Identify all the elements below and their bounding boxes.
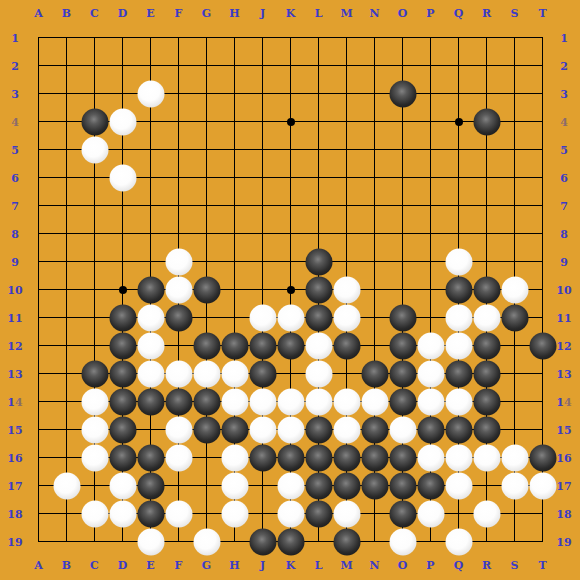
white-stone-K14[interactable] <box>277 388 304 415</box>
white-stone-E19[interactable] <box>137 528 164 555</box>
coord-label-left-3: 3 <box>11 87 19 100</box>
coord-label-top-E: E <box>146 7 154 20</box>
black-stone-J19[interactable] <box>249 528 276 555</box>
white-stone-F18[interactable] <box>165 500 192 527</box>
star-point <box>287 286 295 294</box>
white-stone-K18[interactable] <box>277 500 304 527</box>
coord-label-right-3: 3 <box>560 87 568 100</box>
coord-label-left-16: 16 <box>7 451 22 464</box>
white-stone-D4[interactable] <box>109 108 136 135</box>
black-stone-G14[interactable] <box>193 388 220 415</box>
white-stone-P18[interactable] <box>417 500 444 527</box>
coord-label-left-19: 19 <box>7 535 22 548</box>
black-stone-D13[interactable] <box>109 360 136 387</box>
white-stone-R18[interactable] <box>473 500 500 527</box>
star-point <box>455 118 463 126</box>
black-stone-O11[interactable] <box>389 304 416 331</box>
white-stone-E3[interactable] <box>137 80 164 107</box>
black-stone-O16[interactable] <box>389 444 416 471</box>
white-stone-J11[interactable] <box>249 304 276 331</box>
coord-label-top-F: F <box>175 7 183 20</box>
coord-label-top-M: M <box>340 7 352 20</box>
white-stone-L13[interactable] <box>305 360 332 387</box>
coord-label-top-K: K <box>286 7 296 20</box>
coord-label-bottom-R: R <box>482 559 491 572</box>
white-stone-S17[interactable] <box>501 472 528 499</box>
white-stone-P13[interactable] <box>417 360 444 387</box>
coord-label-top-B: B <box>62 7 71 20</box>
white-stone-G19[interactable] <box>193 528 220 555</box>
coord-label-top-N: N <box>369 7 379 20</box>
white-stone-H17[interactable] <box>221 472 248 499</box>
white-stone-M18[interactable] <box>333 500 360 527</box>
black-stone-N17[interactable] <box>361 472 388 499</box>
coord-label-top-Q: Q <box>454 7 464 20</box>
black-stone-L9[interactable] <box>305 248 332 275</box>
white-stone-Q16[interactable] <box>445 444 472 471</box>
black-stone-R10[interactable] <box>473 276 500 303</box>
coord-label-left-2: 2 <box>11 59 19 72</box>
black-stone-J12[interactable] <box>249 332 276 359</box>
coord-label-right-8: 8 <box>560 227 568 240</box>
coord-label-bottom-G: G <box>202 559 211 572</box>
coord-label-bottom-A: A <box>34 559 43 572</box>
coord-label-bottom-C: C <box>90 559 99 572</box>
white-stone-M14[interactable] <box>333 388 360 415</box>
white-stone-C16[interactable] <box>81 444 108 471</box>
white-stone-P14[interactable] <box>417 388 444 415</box>
black-stone-M16[interactable] <box>333 444 360 471</box>
black-stone-D16[interactable] <box>109 444 136 471</box>
black-stone-K16[interactable] <box>277 444 304 471</box>
coord-label-bottom-D: D <box>118 559 128 572</box>
star-point <box>119 286 127 294</box>
white-stone-K15[interactable] <box>277 416 304 443</box>
coord-label-bottom-M: M <box>340 559 352 572</box>
white-stone-J15[interactable] <box>249 416 276 443</box>
coord-label-right-19: 19 <box>556 535 571 548</box>
coord-label-top-S: S <box>511 7 519 20</box>
black-stone-R4[interactable] <box>473 108 500 135</box>
white-stone-B17[interactable] <box>53 472 80 499</box>
coord-label-bottom-E: E <box>146 559 154 572</box>
white-stone-R11[interactable] <box>473 304 500 331</box>
coord-label-top-A: A <box>34 7 43 20</box>
black-stone-F14[interactable] <box>165 388 192 415</box>
black-stone-L10[interactable] <box>305 276 332 303</box>
white-stone-D6[interactable] <box>109 164 136 191</box>
black-stone-O17[interactable] <box>389 472 416 499</box>
coord-label-left-4: 4 <box>11 115 19 128</box>
white-stone-Q19[interactable] <box>445 528 472 555</box>
black-stone-E18[interactable] <box>137 500 164 527</box>
black-stone-O12[interactable] <box>389 332 416 359</box>
coord-label-bottom-Q: Q <box>454 559 464 572</box>
white-stone-F16[interactable] <box>165 444 192 471</box>
white-stone-K17[interactable] <box>277 472 304 499</box>
black-stone-O3[interactable] <box>389 80 416 107</box>
black-stone-N16[interactable] <box>361 444 388 471</box>
black-stone-F11[interactable] <box>165 304 192 331</box>
black-stone-H15[interactable] <box>221 416 248 443</box>
black-stone-R12[interactable] <box>473 332 500 359</box>
black-stone-N15[interactable] <box>361 416 388 443</box>
black-stone-M12[interactable] <box>333 332 360 359</box>
coord-label-bottom-K: K <box>286 559 296 572</box>
coord-label-bottom-O: O <box>398 559 408 572</box>
white-stone-D17[interactable] <box>109 472 136 499</box>
black-stone-R15[interactable] <box>473 416 500 443</box>
coord-label-right-17: 17 <box>556 479 571 492</box>
white-stone-L12[interactable] <box>305 332 332 359</box>
white-stone-H14[interactable] <box>221 388 248 415</box>
coord-label-bottom-T: T <box>538 559 546 572</box>
black-stone-J16[interactable] <box>249 444 276 471</box>
white-stone-E12[interactable] <box>137 332 164 359</box>
coord-label-bottom-S: S <box>511 559 519 572</box>
white-stone-M11[interactable] <box>333 304 360 331</box>
coord-label-bottom-L: L <box>315 559 323 572</box>
black-stone-M19[interactable] <box>333 528 360 555</box>
white-stone-G13[interactable] <box>193 360 220 387</box>
white-stone-E13[interactable] <box>137 360 164 387</box>
black-stone-T12[interactable] <box>529 332 556 359</box>
white-stone-K11[interactable] <box>277 304 304 331</box>
coord-label-left-13: 13 <box>7 367 22 380</box>
coord-label-left-15: 15 <box>7 423 22 436</box>
white-stone-Q9[interactable] <box>445 248 472 275</box>
black-stone-D15[interactable] <box>109 416 136 443</box>
black-stone-D11[interactable] <box>109 304 136 331</box>
white-stone-H13[interactable] <box>221 360 248 387</box>
black-stone-O14[interactable] <box>389 388 416 415</box>
white-stone-S10[interactable] <box>501 276 528 303</box>
coord-label-right-15: 15 <box>556 423 571 436</box>
coord-label-left-6: 6 <box>11 171 19 184</box>
white-stone-E11[interactable] <box>137 304 164 331</box>
white-stone-F13[interactable] <box>165 360 192 387</box>
black-stone-E14[interactable] <box>137 388 164 415</box>
coord-label-left-17: 17 <box>7 479 22 492</box>
white-stone-F15[interactable] <box>165 416 192 443</box>
coord-label-right-9: 9 <box>560 255 568 268</box>
black-stone-L16[interactable] <box>305 444 332 471</box>
white-stone-J14[interactable] <box>249 388 276 415</box>
black-stone-L18[interactable] <box>305 500 332 527</box>
black-stone-E17[interactable] <box>137 472 164 499</box>
star-point <box>287 118 295 126</box>
black-stone-L17[interactable] <box>305 472 332 499</box>
black-stone-M17[interactable] <box>333 472 360 499</box>
coord-label-left-8: 8 <box>11 227 19 240</box>
coord-label-right-1: 1 <box>560 31 568 44</box>
coord-label-top-O: O <box>398 7 408 20</box>
black-stone-Q10[interactable] <box>445 276 472 303</box>
black-stone-G15[interactable] <box>193 416 220 443</box>
white-stone-Q17[interactable] <box>445 472 472 499</box>
coord-label-left-14: 14 <box>7 395 22 408</box>
coord-label-bottom-H: H <box>229 559 239 572</box>
white-stone-F9[interactable] <box>165 248 192 275</box>
coord-label-right-7: 7 <box>560 199 568 212</box>
coord-label-top-R: R <box>482 7 491 20</box>
white-stone-Q11[interactable] <box>445 304 472 331</box>
black-stone-E16[interactable] <box>137 444 164 471</box>
coord-label-left-7: 7 <box>11 199 19 212</box>
coord-label-right-11: 11 <box>556 311 571 324</box>
go-board-screen: AABBCCDDEEFFGGHHJJKKLLMMNNOOPPQQRRSSTT11… <box>0 0 580 580</box>
black-stone-Q13[interactable] <box>445 360 472 387</box>
coord-label-left-1: 1 <box>11 31 19 44</box>
coord-label-right-13: 13 <box>556 367 571 380</box>
black-stone-J13[interactable] <box>249 360 276 387</box>
black-stone-C4[interactable] <box>81 108 108 135</box>
white-stone-S16[interactable] <box>501 444 528 471</box>
white-stone-C18[interactable] <box>81 500 108 527</box>
black-stone-R14[interactable] <box>473 388 500 415</box>
black-stone-D14[interactable] <box>109 388 136 415</box>
black-stone-N13[interactable] <box>361 360 388 387</box>
coord-label-right-18: 18 <box>556 507 571 520</box>
black-stone-O18[interactable] <box>389 500 416 527</box>
black-stone-L11[interactable] <box>305 304 332 331</box>
coord-label-right-12: 12 <box>556 339 571 352</box>
black-stone-G10[interactable] <box>193 276 220 303</box>
coord-label-bottom-P: P <box>426 559 434 572</box>
black-stone-O13[interactable] <box>389 360 416 387</box>
white-stone-L14[interactable] <box>305 388 332 415</box>
coord-label-bottom-F: F <box>175 559 183 572</box>
coord-label-right-6: 6 <box>560 171 568 184</box>
coord-label-left-12: 12 <box>7 339 22 352</box>
coord-label-left-18: 18 <box>7 507 22 520</box>
white-stone-Q14[interactable] <box>445 388 472 415</box>
black-stone-K12[interactable] <box>277 332 304 359</box>
black-stone-C13[interactable] <box>81 360 108 387</box>
white-stone-H18[interactable] <box>221 500 248 527</box>
coord-label-top-G: G <box>202 7 211 20</box>
black-stone-D12[interactable] <box>109 332 136 359</box>
white-stone-C14[interactable] <box>81 388 108 415</box>
white-stone-F10[interactable] <box>165 276 192 303</box>
white-stone-C15[interactable] <box>81 416 108 443</box>
coord-label-bottom-N: N <box>369 559 379 572</box>
coord-label-left-9: 9 <box>11 255 19 268</box>
white-stone-D18[interactable] <box>109 500 136 527</box>
white-stone-M15[interactable] <box>333 416 360 443</box>
black-stone-K19[interactable] <box>277 528 304 555</box>
coord-label-right-14: 14 <box>556 395 571 408</box>
white-stone-M10[interactable] <box>333 276 360 303</box>
black-stone-H12[interactable] <box>221 332 248 359</box>
black-stone-S11[interactable] <box>501 304 528 331</box>
black-stone-L15[interactable] <box>305 416 332 443</box>
white-stone-T17[interactable] <box>529 472 556 499</box>
coord-label-right-16: 16 <box>556 451 571 464</box>
black-stone-R13[interactable] <box>473 360 500 387</box>
black-stone-T16[interactable] <box>529 444 556 471</box>
white-stone-Q12[interactable] <box>445 332 472 359</box>
coord-label-left-10: 10 <box>7 283 22 296</box>
coord-label-right-5: 5 <box>560 143 568 156</box>
coord-label-top-D: D <box>118 7 128 20</box>
white-stone-H16[interactable] <box>221 444 248 471</box>
coord-label-top-J: J <box>260 7 265 20</box>
white-stone-N14[interactable] <box>361 388 388 415</box>
coord-label-left-11: 11 <box>7 311 22 324</box>
coord-label-bottom-J: J <box>260 559 265 572</box>
white-stone-P16[interactable] <box>417 444 444 471</box>
coord-label-left-5: 5 <box>11 143 19 156</box>
black-stone-P17[interactable] <box>417 472 444 499</box>
black-stone-Q15[interactable] <box>445 416 472 443</box>
coord-label-right-4: 4 <box>560 115 568 128</box>
coord-label-bottom-B: B <box>62 559 71 572</box>
coord-label-top-H: H <box>229 7 239 20</box>
white-stone-O19[interactable] <box>389 528 416 555</box>
white-stone-O15[interactable] <box>389 416 416 443</box>
white-stone-P12[interactable] <box>417 332 444 359</box>
coord-label-right-10: 10 <box>556 283 571 296</box>
coord-label-top-P: P <box>426 7 434 20</box>
coord-label-top-L: L <box>315 7 323 20</box>
black-stone-P15[interactable] <box>417 416 444 443</box>
black-stone-E10[interactable] <box>137 276 164 303</box>
white-stone-C5[interactable] <box>81 136 108 163</box>
coord-label-right-2: 2 <box>560 59 568 72</box>
white-stone-R16[interactable] <box>473 444 500 471</box>
black-stone-G12[interactable] <box>193 332 220 359</box>
coord-label-top-C: C <box>90 7 99 20</box>
coord-label-top-T: T <box>538 7 546 20</box>
